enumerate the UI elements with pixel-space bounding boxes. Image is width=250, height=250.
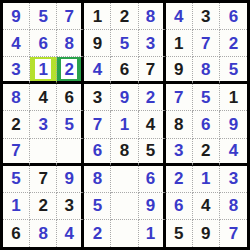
digit-6: 6 <box>146 170 155 187</box>
cell-r9c2[interactable]: 8 <box>30 220 57 247</box>
digit-4: 4 <box>65 225 74 242</box>
digit-5: 5 <box>93 197 102 214</box>
digit-8: 8 <box>229 197 238 214</box>
cell-r1c1[interactable]: 9 <box>3 3 30 30</box>
digit-2: 2 <box>201 142 210 159</box>
digit-9: 9 <box>146 197 155 214</box>
cell-r1c7[interactable]: 4 <box>166 3 193 30</box>
cell-r3c9[interactable]: 5 <box>220 57 247 84</box>
cell-r7c2[interactable]: 7 <box>30 166 57 193</box>
digit-3: 3 <box>38 116 47 133</box>
digit-3: 3 <box>174 142 183 159</box>
cell-r8c3[interactable]: 3 <box>57 193 84 220</box>
cell-r6c5[interactable]: 8 <box>111 139 138 166</box>
digit-5: 5 <box>146 142 155 159</box>
cell-r2c5[interactable]: 5 <box>111 30 138 57</box>
digit-8: 8 <box>174 116 183 133</box>
digit-9: 9 <box>93 35 102 52</box>
cell-r4c2[interactable]: 4 <box>30 84 57 111</box>
cell-r6c9[interactable]: 4 <box>220 139 247 166</box>
digit-9: 9 <box>120 89 129 106</box>
digit-9: 9 <box>174 61 183 78</box>
digit-7: 7 <box>201 35 210 52</box>
digit-7: 7 <box>146 61 155 78</box>
cell-r1c3[interactable]: 7 <box>57 3 84 30</box>
cell-r2c6[interactable]: 3 <box>139 30 166 57</box>
digit-9: 9 <box>11 8 20 25</box>
cell-r1c6[interactable]: 8 <box>139 3 166 30</box>
digit-6: 6 <box>38 35 47 52</box>
digit-2: 2 <box>11 116 20 133</box>
digit-3: 3 <box>146 35 155 52</box>
cell-r4c6[interactable]: 2 <box>139 84 166 111</box>
digit-9: 9 <box>229 116 238 133</box>
cell-r9c7[interactable]: 5 <box>166 220 193 247</box>
cell-r9c8[interactable]: 9 <box>193 220 220 247</box>
cell-r3c4[interactable]: 4 <box>84 57 111 84</box>
digit-1: 1 <box>38 61 47 78</box>
digit-1: 1 <box>120 116 129 133</box>
cell-r1c5[interactable]: 2 <box>111 3 138 30</box>
cell-r8c2[interactable]: 2 <box>30 193 57 220</box>
cell-r2c8[interactable]: 7 <box>193 30 220 57</box>
cell-r2c2[interactable]: 6 <box>30 30 57 57</box>
digit-2: 2 <box>38 197 47 214</box>
digit-3: 3 <box>201 8 210 25</box>
digit-7: 7 <box>93 116 102 133</box>
digit-2: 2 <box>120 8 129 25</box>
cell-r7c3[interactable]: 9 <box>57 166 84 193</box>
digit-7: 7 <box>11 142 20 159</box>
cell-r9c1[interactable]: 6 <box>3 220 30 247</box>
digit-7: 7 <box>174 89 183 106</box>
cell-r4c5[interactable]: 9 <box>111 84 138 111</box>
cell-r8c1[interactable]: 1 <box>3 193 30 220</box>
cell-r5c4[interactable]: 7 <box>84 111 111 138</box>
digit-1: 1 <box>174 35 183 52</box>
digit-4: 4 <box>146 116 155 133</box>
cell-r1c9[interactable]: 6 <box>220 3 247 30</box>
cell-r5c1[interactable]: 2 <box>3 111 30 138</box>
cell-r7c5[interactable] <box>111 166 138 193</box>
cell-r8c8[interactable]: 4 <box>193 193 220 220</box>
digit-4: 4 <box>174 8 183 25</box>
cell-r3c5[interactable]: 6 <box>111 57 138 84</box>
cell-r3c2[interactable]: 1 <box>30 57 57 84</box>
digit-1: 1 <box>229 89 238 106</box>
cell-r8c9[interactable]: 8 <box>220 193 247 220</box>
digit-3: 3 <box>11 61 20 78</box>
digit-2: 2 <box>229 35 238 52</box>
digit-3: 3 <box>65 197 74 214</box>
cell-r3c6[interactable]: 7 <box>139 57 166 84</box>
digit-5: 5 <box>229 61 238 78</box>
digit-6: 6 <box>93 142 102 159</box>
digit-5: 5 <box>174 225 183 242</box>
cell-r6c3[interactable] <box>57 139 84 166</box>
digit-6: 6 <box>174 197 183 214</box>
cell-r7c8[interactable]: 1 <box>193 166 220 193</box>
cell-r2c1[interactable]: 4 <box>3 30 30 57</box>
cell-r5c9[interactable]: 9 <box>220 111 247 138</box>
cell-r2c9[interactable]: 2 <box>220 30 247 57</box>
cell-r4c4[interactable]: 3 <box>84 84 111 111</box>
cell-r5c3[interactable]: 5 <box>57 111 84 138</box>
digit-6: 6 <box>229 8 238 25</box>
cell-r2c7[interactable]: 1 <box>166 30 193 57</box>
cell-r6c6[interactable]: 5 <box>139 139 166 166</box>
cell-r9c3[interactable]: 4 <box>57 220 84 247</box>
cell-r5c2[interactable]: 3 <box>30 111 57 138</box>
digit-1: 1 <box>201 170 210 187</box>
digit-5: 5 <box>11 170 20 187</box>
cell-r2c3[interactable]: 8 <box>57 30 84 57</box>
cell-r1c8[interactable]: 3 <box>193 3 220 30</box>
cell-r5c7[interactable]: 8 <box>166 111 193 138</box>
digit-8: 8 <box>93 170 102 187</box>
cell-r3c7[interactable]: 9 <box>166 57 193 84</box>
cell-r4c8[interactable]: 5 <box>193 84 220 111</box>
digit-5: 5 <box>65 116 74 133</box>
digit-8: 8 <box>38 225 47 242</box>
cell-r7c7[interactable]: 2 <box>166 166 193 193</box>
digit-3: 3 <box>229 170 238 187</box>
cell-r8c5[interactable] <box>111 193 138 220</box>
digit-8: 8 <box>65 35 74 52</box>
cell-r8c6[interactable]: 9 <box>139 193 166 220</box>
digit-6: 6 <box>11 225 20 242</box>
cell-r4c9[interactable]: 1 <box>220 84 247 111</box>
cell-r4c3[interactable]: 6 <box>57 84 84 111</box>
digit-5: 5 <box>38 8 47 25</box>
digit-2: 2 <box>93 225 102 242</box>
cell-r7c1[interactable]: 5 <box>3 166 30 193</box>
digit-4: 4 <box>93 61 102 78</box>
digit-8: 8 <box>201 61 210 78</box>
highlight-inner-box: 1 <box>35 59 51 79</box>
digit-7: 7 <box>229 225 238 242</box>
digit-5: 5 <box>201 89 210 106</box>
digit-4: 4 <box>229 142 238 159</box>
cell-r6c4[interactable]: 6 <box>84 139 111 166</box>
cell-r3c1[interactable]: 3 <box>3 57 30 84</box>
digit-7: 7 <box>65 8 74 25</box>
cell-r9c5[interactable] <box>111 220 138 247</box>
digit-7: 7 <box>38 170 47 187</box>
digit-9: 9 <box>201 225 210 242</box>
cell-r5c5[interactable]: 1 <box>111 111 138 138</box>
digit-6: 6 <box>120 61 129 78</box>
cell-r7c9[interactable]: 3 <box>220 166 247 193</box>
cell-r5c6[interactable]: 4 <box>139 111 166 138</box>
cell-r7c6[interactable]: 6 <box>139 166 166 193</box>
digit-1: 1 <box>11 197 20 214</box>
digit-2: 2 <box>174 170 183 187</box>
digit-3: 3 <box>93 89 102 106</box>
cell-r1c4[interactable]: 1 <box>84 3 111 30</box>
cell-r9c4[interactable]: 2 <box>84 220 111 247</box>
digit-4: 4 <box>201 197 210 214</box>
digit-5: 5 <box>120 35 129 52</box>
cell-r9c9[interactable]: 7 <box>220 220 247 247</box>
digit-2: 2 <box>65 61 74 78</box>
cell-r6c7[interactable]: 3 <box>166 139 193 166</box>
digit-8: 8 <box>146 8 155 25</box>
cell-r1c2[interactable]: 5 <box>30 3 57 30</box>
cell-r2c4[interactable]: 9 <box>84 30 111 57</box>
digit-8: 8 <box>11 89 20 106</box>
sudoku-board: 9571284364689531723124679858463927512357… <box>0 0 250 250</box>
digit-4: 4 <box>38 89 47 106</box>
cell-r9c6[interactable]: 1 <box>139 220 166 247</box>
digit-2: 2 <box>146 89 155 106</box>
cell-r7c4[interactable]: 8 <box>84 166 111 193</box>
digit-8: 8 <box>120 142 129 159</box>
cell-r6c1[interactable]: 7 <box>3 139 30 166</box>
cell-r4c1[interactable]: 8 <box>3 84 30 111</box>
digit-4: 4 <box>11 35 20 52</box>
cell-r6c8[interactable]: 2 <box>193 139 220 166</box>
digit-6: 6 <box>201 116 210 133</box>
cell-r6c2[interactable] <box>30 139 57 166</box>
digit-1: 1 <box>146 225 155 242</box>
cell-r8c7[interactable]: 6 <box>166 193 193 220</box>
highlight-inner-box: 2 <box>61 59 77 79</box>
cell-r8c4[interactable]: 5 <box>84 193 111 220</box>
cell-r3c3[interactable]: 2 <box>57 57 84 84</box>
cell-r3c8[interactable]: 8 <box>193 57 220 84</box>
digit-9: 9 <box>65 170 74 187</box>
cell-r4c7[interactable]: 7 <box>166 84 193 111</box>
digit-1: 1 <box>93 8 102 25</box>
cell-r5c8[interactable]: 6 <box>193 111 220 138</box>
digit-6: 6 <box>65 89 74 106</box>
